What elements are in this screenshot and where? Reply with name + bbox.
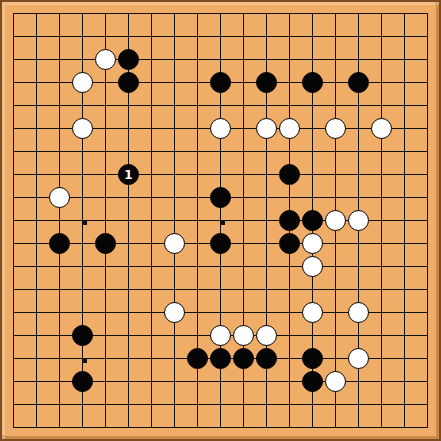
intersection[interactable] bbox=[324, 393, 347, 416]
intersection[interactable] bbox=[416, 370, 439, 393]
intersection[interactable] bbox=[48, 370, 71, 393]
intersection[interactable] bbox=[71, 301, 94, 324]
intersection[interactable] bbox=[48, 94, 71, 117]
intersection[interactable] bbox=[347, 370, 370, 393]
intersection[interactable] bbox=[209, 370, 232, 393]
intersection[interactable] bbox=[163, 301, 186, 324]
intersection[interactable] bbox=[163, 48, 186, 71]
intersection[interactable] bbox=[370, 416, 393, 439]
intersection[interactable] bbox=[324, 25, 347, 48]
intersection[interactable] bbox=[301, 255, 324, 278]
intersection[interactable] bbox=[117, 94, 140, 117]
intersection[interactable] bbox=[209, 209, 232, 232]
intersection[interactable] bbox=[209, 140, 232, 163]
intersection[interactable] bbox=[301, 2, 324, 25]
intersection[interactable] bbox=[48, 393, 71, 416]
intersection[interactable] bbox=[232, 94, 255, 117]
intersection[interactable] bbox=[209, 117, 232, 140]
intersection[interactable] bbox=[393, 94, 416, 117]
intersection[interactable] bbox=[370, 278, 393, 301]
intersection[interactable] bbox=[48, 255, 71, 278]
intersection[interactable] bbox=[393, 163, 416, 186]
intersection[interactable] bbox=[71, 163, 94, 186]
intersection[interactable] bbox=[186, 301, 209, 324]
intersection[interactable] bbox=[209, 232, 232, 255]
intersection[interactable] bbox=[232, 393, 255, 416]
intersection[interactable] bbox=[255, 2, 278, 25]
intersection[interactable] bbox=[163, 71, 186, 94]
intersection[interactable] bbox=[2, 140, 25, 163]
intersection[interactable] bbox=[393, 209, 416, 232]
intersection[interactable] bbox=[347, 347, 370, 370]
intersection[interactable] bbox=[301, 71, 324, 94]
intersection[interactable] bbox=[48, 301, 71, 324]
intersection[interactable] bbox=[25, 301, 48, 324]
intersection[interactable] bbox=[301, 278, 324, 301]
intersection[interactable] bbox=[370, 324, 393, 347]
intersection[interactable] bbox=[209, 301, 232, 324]
intersection[interactable] bbox=[301, 370, 324, 393]
intersection[interactable] bbox=[186, 324, 209, 347]
intersection[interactable] bbox=[2, 48, 25, 71]
intersection[interactable] bbox=[324, 71, 347, 94]
intersection[interactable] bbox=[186, 140, 209, 163]
intersection[interactable] bbox=[347, 186, 370, 209]
intersection[interactable] bbox=[163, 186, 186, 209]
intersection[interactable] bbox=[209, 186, 232, 209]
intersection[interactable] bbox=[2, 186, 25, 209]
intersection[interactable] bbox=[416, 2, 439, 25]
intersection[interactable] bbox=[393, 232, 416, 255]
intersection[interactable] bbox=[94, 25, 117, 48]
intersection[interactable] bbox=[163, 2, 186, 25]
intersection[interactable] bbox=[71, 2, 94, 25]
intersection[interactable] bbox=[71, 25, 94, 48]
intersection[interactable] bbox=[94, 94, 117, 117]
intersection[interactable] bbox=[2, 347, 25, 370]
intersection[interactable] bbox=[94, 347, 117, 370]
intersection[interactable] bbox=[255, 347, 278, 370]
intersection[interactable] bbox=[25, 370, 48, 393]
intersection[interactable] bbox=[416, 255, 439, 278]
intersection[interactable] bbox=[255, 324, 278, 347]
intersection[interactable] bbox=[94, 324, 117, 347]
intersection[interactable] bbox=[94, 186, 117, 209]
intersection[interactable] bbox=[48, 186, 71, 209]
intersection[interactable] bbox=[94, 117, 117, 140]
intersection[interactable] bbox=[278, 209, 301, 232]
intersection[interactable] bbox=[117, 393, 140, 416]
intersection[interactable] bbox=[117, 140, 140, 163]
intersection[interactable] bbox=[48, 48, 71, 71]
intersection[interactable] bbox=[278, 232, 301, 255]
intersection[interactable] bbox=[2, 324, 25, 347]
intersection[interactable] bbox=[71, 48, 94, 71]
intersection[interactable] bbox=[140, 2, 163, 25]
intersection[interactable] bbox=[94, 48, 117, 71]
intersection[interactable] bbox=[324, 2, 347, 25]
intersection[interactable] bbox=[370, 2, 393, 25]
intersection[interactable] bbox=[186, 278, 209, 301]
intersection[interactable] bbox=[163, 278, 186, 301]
intersection[interactable] bbox=[347, 324, 370, 347]
intersection[interactable] bbox=[255, 186, 278, 209]
intersection[interactable] bbox=[25, 347, 48, 370]
intersection[interactable] bbox=[416, 209, 439, 232]
intersection[interactable] bbox=[347, 25, 370, 48]
intersection[interactable] bbox=[347, 393, 370, 416]
intersection[interactable] bbox=[186, 25, 209, 48]
intersection[interactable] bbox=[25, 324, 48, 347]
intersection[interactable] bbox=[2, 416, 25, 439]
intersection[interactable] bbox=[347, 94, 370, 117]
intersection[interactable] bbox=[370, 48, 393, 71]
intersection[interactable] bbox=[186, 163, 209, 186]
intersection[interactable] bbox=[232, 25, 255, 48]
intersection[interactable] bbox=[25, 393, 48, 416]
intersection[interactable] bbox=[94, 416, 117, 439]
intersection[interactable] bbox=[117, 324, 140, 347]
intersection[interactable] bbox=[393, 301, 416, 324]
intersection[interactable] bbox=[25, 2, 48, 25]
intersection[interactable] bbox=[2, 71, 25, 94]
intersection[interactable] bbox=[2, 301, 25, 324]
intersection[interactable] bbox=[140, 48, 163, 71]
intersection[interactable] bbox=[416, 278, 439, 301]
intersection[interactable] bbox=[71, 278, 94, 301]
intersection[interactable] bbox=[232, 370, 255, 393]
intersection[interactable] bbox=[48, 209, 71, 232]
intersection[interactable] bbox=[416, 324, 439, 347]
intersection[interactable] bbox=[163, 232, 186, 255]
intersection[interactable] bbox=[94, 255, 117, 278]
intersection[interactable] bbox=[393, 25, 416, 48]
intersection[interactable] bbox=[255, 48, 278, 71]
intersection[interactable] bbox=[324, 140, 347, 163]
intersection[interactable] bbox=[255, 232, 278, 255]
intersection[interactable] bbox=[140, 25, 163, 48]
intersection[interactable] bbox=[186, 393, 209, 416]
intersection[interactable] bbox=[140, 301, 163, 324]
intersection[interactable] bbox=[324, 347, 347, 370]
intersection[interactable] bbox=[25, 71, 48, 94]
intersection[interactable] bbox=[117, 186, 140, 209]
intersection[interactable] bbox=[48, 163, 71, 186]
intersection[interactable] bbox=[324, 163, 347, 186]
intersection[interactable] bbox=[324, 232, 347, 255]
intersection[interactable] bbox=[25, 278, 48, 301]
intersection[interactable] bbox=[2, 232, 25, 255]
intersection[interactable] bbox=[301, 25, 324, 48]
intersection[interactable] bbox=[186, 370, 209, 393]
intersection[interactable] bbox=[209, 25, 232, 48]
intersection[interactable] bbox=[186, 186, 209, 209]
intersection[interactable] bbox=[163, 140, 186, 163]
intersection[interactable] bbox=[278, 347, 301, 370]
intersection[interactable] bbox=[416, 71, 439, 94]
intersection[interactable] bbox=[163, 94, 186, 117]
intersection[interactable] bbox=[370, 186, 393, 209]
intersection[interactable] bbox=[94, 393, 117, 416]
intersection[interactable] bbox=[301, 416, 324, 439]
intersection[interactable] bbox=[255, 416, 278, 439]
intersection[interactable] bbox=[163, 347, 186, 370]
intersection[interactable] bbox=[324, 48, 347, 71]
intersection[interactable] bbox=[301, 163, 324, 186]
intersection[interactable] bbox=[301, 393, 324, 416]
intersection[interactable] bbox=[278, 71, 301, 94]
intersection[interactable] bbox=[140, 416, 163, 439]
intersection[interactable]: 1 bbox=[117, 163, 140, 186]
intersection[interactable] bbox=[278, 278, 301, 301]
intersection[interactable] bbox=[278, 370, 301, 393]
intersection[interactable] bbox=[48, 278, 71, 301]
intersection[interactable] bbox=[140, 209, 163, 232]
intersection[interactable] bbox=[370, 301, 393, 324]
intersection[interactable] bbox=[163, 255, 186, 278]
intersection[interactable] bbox=[301, 186, 324, 209]
intersection[interactable] bbox=[25, 94, 48, 117]
intersection[interactable] bbox=[255, 117, 278, 140]
intersection[interactable] bbox=[393, 347, 416, 370]
intersection[interactable] bbox=[186, 416, 209, 439]
intersection[interactable] bbox=[255, 393, 278, 416]
intersection[interactable] bbox=[393, 2, 416, 25]
intersection[interactable] bbox=[278, 94, 301, 117]
intersection[interactable] bbox=[71, 255, 94, 278]
intersection[interactable] bbox=[278, 186, 301, 209]
intersection[interactable] bbox=[255, 209, 278, 232]
intersection[interactable] bbox=[370, 25, 393, 48]
intersection[interactable] bbox=[324, 370, 347, 393]
intersection[interactable] bbox=[347, 301, 370, 324]
intersection[interactable] bbox=[324, 255, 347, 278]
intersection[interactable] bbox=[324, 94, 347, 117]
intersection[interactable] bbox=[416, 48, 439, 71]
intersection[interactable] bbox=[117, 347, 140, 370]
intersection[interactable] bbox=[232, 209, 255, 232]
intersection[interactable] bbox=[209, 2, 232, 25]
intersection[interactable] bbox=[71, 140, 94, 163]
intersection[interactable] bbox=[94, 301, 117, 324]
intersection[interactable] bbox=[2, 255, 25, 278]
intersection[interactable] bbox=[416, 393, 439, 416]
intersection[interactable] bbox=[163, 163, 186, 186]
intersection[interactable] bbox=[278, 25, 301, 48]
intersection[interactable] bbox=[347, 140, 370, 163]
intersection[interactable] bbox=[416, 140, 439, 163]
intersection[interactable] bbox=[2, 163, 25, 186]
intersection[interactable] bbox=[2, 393, 25, 416]
intersection[interactable] bbox=[71, 347, 94, 370]
intersection[interactable] bbox=[117, 232, 140, 255]
intersection[interactable] bbox=[25, 232, 48, 255]
intersection[interactable] bbox=[232, 163, 255, 186]
intersection[interactable] bbox=[117, 71, 140, 94]
intersection[interactable] bbox=[209, 324, 232, 347]
intersection[interactable] bbox=[255, 278, 278, 301]
intersection[interactable] bbox=[301, 117, 324, 140]
intersection[interactable] bbox=[209, 416, 232, 439]
intersection[interactable] bbox=[301, 232, 324, 255]
intersection[interactable] bbox=[370, 255, 393, 278]
intersection[interactable] bbox=[255, 25, 278, 48]
intersection[interactable] bbox=[94, 209, 117, 232]
intersection[interactable] bbox=[117, 301, 140, 324]
intersection[interactable] bbox=[163, 416, 186, 439]
intersection[interactable] bbox=[347, 163, 370, 186]
intersection[interactable] bbox=[301, 48, 324, 71]
intersection[interactable] bbox=[186, 117, 209, 140]
intersection[interactable] bbox=[324, 209, 347, 232]
intersection[interactable] bbox=[232, 2, 255, 25]
intersection[interactable] bbox=[71, 370, 94, 393]
intersection[interactable] bbox=[209, 48, 232, 71]
intersection[interactable] bbox=[278, 324, 301, 347]
intersection[interactable] bbox=[232, 324, 255, 347]
intersection[interactable] bbox=[347, 2, 370, 25]
intersection[interactable] bbox=[163, 209, 186, 232]
intersection[interactable] bbox=[416, 163, 439, 186]
intersection[interactable] bbox=[48, 71, 71, 94]
intersection[interactable] bbox=[140, 278, 163, 301]
intersection[interactable] bbox=[393, 186, 416, 209]
intersection[interactable] bbox=[301, 324, 324, 347]
intersection[interactable] bbox=[140, 163, 163, 186]
intersection[interactable] bbox=[324, 117, 347, 140]
intersection[interactable] bbox=[278, 117, 301, 140]
intersection[interactable] bbox=[2, 117, 25, 140]
intersection[interactable] bbox=[25, 140, 48, 163]
intersection[interactable] bbox=[393, 416, 416, 439]
intersection[interactable] bbox=[278, 255, 301, 278]
intersection[interactable] bbox=[186, 71, 209, 94]
intersection[interactable] bbox=[416, 232, 439, 255]
intersection[interactable] bbox=[347, 117, 370, 140]
intersection[interactable] bbox=[301, 94, 324, 117]
intersection[interactable] bbox=[209, 163, 232, 186]
intersection[interactable] bbox=[140, 255, 163, 278]
intersection[interactable] bbox=[2, 25, 25, 48]
intersection[interactable] bbox=[347, 278, 370, 301]
intersection[interactable] bbox=[117, 48, 140, 71]
intersection[interactable] bbox=[94, 163, 117, 186]
intersection[interactable] bbox=[71, 416, 94, 439]
intersection[interactable] bbox=[255, 71, 278, 94]
intersection[interactable] bbox=[94, 140, 117, 163]
intersection[interactable] bbox=[416, 416, 439, 439]
intersection[interactable] bbox=[416, 301, 439, 324]
intersection[interactable] bbox=[94, 370, 117, 393]
intersection[interactable] bbox=[209, 393, 232, 416]
intersection[interactable] bbox=[416, 25, 439, 48]
intersection[interactable] bbox=[140, 140, 163, 163]
intersection[interactable] bbox=[324, 416, 347, 439]
intersection[interactable] bbox=[117, 278, 140, 301]
intersection[interactable] bbox=[186, 2, 209, 25]
intersection[interactable] bbox=[48, 324, 71, 347]
intersection[interactable] bbox=[140, 347, 163, 370]
intersection[interactable] bbox=[232, 278, 255, 301]
intersection[interactable] bbox=[232, 48, 255, 71]
intersection[interactable] bbox=[416, 94, 439, 117]
intersection[interactable] bbox=[71, 232, 94, 255]
intersection[interactable] bbox=[163, 393, 186, 416]
intersection[interactable] bbox=[255, 255, 278, 278]
intersection[interactable] bbox=[255, 94, 278, 117]
intersection[interactable] bbox=[232, 232, 255, 255]
intersection[interactable] bbox=[140, 324, 163, 347]
intersection[interactable] bbox=[71, 324, 94, 347]
intersection[interactable] bbox=[186, 209, 209, 232]
intersection[interactable] bbox=[393, 140, 416, 163]
intersection[interactable] bbox=[301, 140, 324, 163]
intersection[interactable] bbox=[278, 2, 301, 25]
intersection[interactable] bbox=[71, 209, 94, 232]
intersection[interactable] bbox=[370, 393, 393, 416]
intersection[interactable] bbox=[278, 393, 301, 416]
intersection[interactable] bbox=[209, 255, 232, 278]
intersection[interactable] bbox=[71, 94, 94, 117]
intersection[interactable] bbox=[301, 301, 324, 324]
intersection[interactable] bbox=[393, 255, 416, 278]
intersection[interactable] bbox=[232, 416, 255, 439]
intersection[interactable] bbox=[232, 347, 255, 370]
intersection[interactable] bbox=[2, 209, 25, 232]
intersection[interactable] bbox=[2, 278, 25, 301]
intersection[interactable] bbox=[117, 255, 140, 278]
intersection[interactable] bbox=[393, 324, 416, 347]
intersection[interactable] bbox=[370, 209, 393, 232]
intersection[interactable] bbox=[2, 2, 25, 25]
intersection[interactable] bbox=[186, 232, 209, 255]
intersection[interactable] bbox=[393, 71, 416, 94]
intersection[interactable] bbox=[255, 140, 278, 163]
intersection[interactable] bbox=[209, 94, 232, 117]
intersection[interactable] bbox=[209, 347, 232, 370]
intersection[interactable] bbox=[209, 278, 232, 301]
intersection[interactable] bbox=[324, 278, 347, 301]
intersection[interactable] bbox=[186, 48, 209, 71]
intersection[interactable] bbox=[25, 163, 48, 186]
intersection[interactable] bbox=[163, 324, 186, 347]
intersection[interactable] bbox=[278, 140, 301, 163]
intersection[interactable] bbox=[370, 232, 393, 255]
intersection[interactable] bbox=[347, 416, 370, 439]
board-grid[interactable]: 1 bbox=[2, 2, 439, 439]
intersection[interactable] bbox=[48, 140, 71, 163]
intersection[interactable] bbox=[71, 393, 94, 416]
intersection[interactable] bbox=[186, 347, 209, 370]
intersection[interactable] bbox=[117, 416, 140, 439]
intersection[interactable] bbox=[347, 209, 370, 232]
intersection[interactable] bbox=[25, 416, 48, 439]
intersection[interactable] bbox=[117, 2, 140, 25]
intersection[interactable] bbox=[370, 370, 393, 393]
intersection[interactable] bbox=[25, 117, 48, 140]
intersection[interactable] bbox=[255, 370, 278, 393]
intersection[interactable] bbox=[25, 48, 48, 71]
intersection[interactable] bbox=[94, 2, 117, 25]
intersection[interactable] bbox=[232, 186, 255, 209]
intersection[interactable] bbox=[163, 25, 186, 48]
intersection[interactable] bbox=[140, 117, 163, 140]
intersection[interactable] bbox=[117, 117, 140, 140]
intersection[interactable] bbox=[163, 117, 186, 140]
intersection[interactable] bbox=[209, 71, 232, 94]
intersection[interactable] bbox=[186, 94, 209, 117]
intersection[interactable] bbox=[25, 186, 48, 209]
